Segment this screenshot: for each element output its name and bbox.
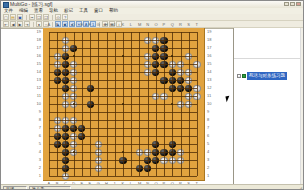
go-first-button[interactable]: ⇤: [3, 21, 9, 27]
window-title: MultiGo - [练习.sgf]: [10, 1, 53, 8]
row-label-left: 15: [35, 62, 41, 66]
grid-line: [131, 32, 132, 176]
row-label-left: 17: [35, 46, 41, 50]
grid-line: [164, 32, 165, 176]
help-button[interactable]: ?: [62, 14, 68, 20]
row-label-left: 7: [35, 126, 41, 130]
grid-line: [49, 176, 197, 177]
tree-node-icon: [242, 74, 246, 78]
col-label-top: H: [105, 23, 108, 27]
panel-splitter[interactable]: [234, 58, 304, 59]
row-label-right: 19: [207, 30, 213, 34]
row-label-left: 13: [35, 78, 41, 82]
row-label-right: 10: [207, 102, 213, 106]
row-label-left: 2: [35, 166, 41, 170]
tree-selected-node-label[interactable]: 死活与对杀练习题: [247, 72, 287, 80]
col-label-top: N: [146, 23, 149, 27]
grid-line: [197, 32, 198, 176]
grid-line: [156, 32, 157, 176]
open-file-button[interactable]: ▤: [10, 14, 16, 20]
application-window: MultiGo - [练习.sgf] 文件编辑查看导航标记工具窗口帮助 ▢▤▣✂…: [0, 0, 304, 190]
toolbar-separator: [52, 15, 53, 20]
print-button[interactable]: ⎙: [55, 14, 61, 20]
grid-line: [49, 120, 197, 121]
row-label-right: 16: [207, 54, 213, 58]
status-segment-ready: 就绪: [3, 186, 27, 190]
grid-line: [49, 160, 197, 161]
col-label-top: S: [187, 23, 190, 27]
col-label-top: T: [196, 23, 198, 27]
row-label-left: 8: [35, 118, 41, 122]
row-label-left: 14: [35, 70, 41, 74]
row-label-right: 18: [207, 38, 213, 42]
black-stone-tool-button[interactable]: ●: [36, 21, 42, 27]
col-label-top: J: [113, 23, 115, 27]
goban[interactable]: [43, 28, 205, 181]
panel-scrollbar[interactable]: [300, 28, 304, 184]
status-segment-move: 第 0 手: [29, 186, 71, 190]
star-point: [122, 55, 124, 57]
toolbar-separator: [33, 22, 34, 27]
maximize-button[interactable]: [290, 2, 295, 6]
star-point: [122, 151, 124, 153]
status-bar: 就绪 第 0 手 ◢: [1, 184, 303, 190]
row-label-right: 12: [207, 86, 213, 90]
star-point: [73, 151, 75, 153]
row-label-right: 13: [207, 78, 213, 82]
row-label-left: 5: [35, 142, 41, 146]
row-label-left: 6: [35, 134, 41, 138]
board-view: AABBCCDDEEFFGGHHJJKKLLMMNNOOPPQQRRSSTT19…: [1, 28, 233, 184]
row-label-left: 10: [35, 102, 41, 106]
row-label-right: 11: [207, 94, 213, 98]
row-label-left: 12: [35, 86, 41, 90]
col-label-top: L: [130, 23, 132, 27]
cut-button[interactable]: ✂: [29, 14, 35, 20]
col-label-top: R: [179, 23, 182, 27]
col-label-top: Q: [171, 23, 174, 27]
col-label-top: B: [56, 23, 59, 27]
go-last-button[interactable]: ⇥: [24, 21, 30, 27]
col-label-top: E: [80, 23, 83, 27]
toolbar-separator: [52, 22, 53, 27]
row-label-right: 17: [207, 46, 213, 50]
row-label-left: 19: [35, 30, 41, 34]
row-label-right: 1: [207, 174, 213, 178]
close-button[interactable]: [296, 2, 301, 6]
col-label-top: G: [97, 23, 100, 27]
row-label-left: 11: [35, 94, 41, 98]
grid-line: [148, 32, 149, 176]
col-label-top: D: [72, 23, 75, 27]
minimize-button[interactable]: [284, 2, 289, 6]
grid-line: [49, 136, 197, 137]
row-label-right: 9: [207, 110, 213, 114]
toolbar-standard: ▢▤▣✂❏❐⎙?: [1, 14, 303, 21]
star-point: [73, 55, 75, 57]
row-label-left: 1: [35, 174, 41, 178]
row-label-right: 7: [207, 126, 213, 130]
tree-expand-icon[interactable]: -: [237, 74, 241, 78]
row-label-left: 18: [35, 38, 41, 42]
star-point: [122, 103, 124, 105]
row-label-right: 3: [207, 158, 213, 162]
grid-line: [139, 32, 140, 176]
col-label-top: C: [64, 23, 67, 27]
game-tree-panel: - 死活与对杀练习题: [233, 28, 304, 184]
prev-move-button[interactable]: ◀: [10, 21, 16, 27]
col-label-top: P: [163, 23, 166, 27]
row-label-right: 8: [207, 118, 213, 122]
game-tree-root-row[interactable]: - 死活与对杀练习题: [237, 71, 287, 80]
row-label-right: 14: [207, 70, 213, 74]
row-label-right: 15: [207, 62, 213, 66]
row-label-right: 2: [207, 166, 213, 170]
col-label-top: M: [138, 23, 141, 27]
grid-line: [49, 128, 197, 129]
toolbar-navigation: ⇤◀▶⇥●○▲■●✕A1⊕▦i: [1, 21, 303, 28]
row-label-left: 4: [35, 150, 41, 154]
grid-line: [189, 32, 190, 176]
star-point: [73, 103, 75, 105]
grid-line: [181, 32, 182, 176]
row-label-left: 16: [35, 54, 41, 58]
new-file-button[interactable]: ▢: [3, 14, 9, 20]
save-file-button[interactable]: ▣: [17, 14, 23, 20]
grid-line: [49, 112, 197, 113]
col-label-top: F: [89, 23, 91, 27]
paste-button[interactable]: ❐: [43, 14, 49, 20]
row-label-right: 4: [207, 150, 213, 154]
col-label-top: A: [48, 23, 51, 27]
row-label-right: 5: [207, 142, 213, 146]
next-move-button[interactable]: ▶: [17, 21, 23, 27]
grid-line: [49, 144, 197, 145]
toolbar-separator: [26, 15, 27, 20]
grid-line: [49, 168, 197, 169]
row-label-right: 6: [207, 134, 213, 138]
row-label-left: 9: [35, 110, 41, 114]
resize-grip-icon[interactable]: ◢: [298, 186, 302, 190]
row-label-left: 3: [35, 158, 41, 162]
col-label-top: K: [122, 23, 125, 27]
copy-button[interactable]: ❏: [36, 14, 42, 20]
col-label-top: O: [154, 23, 157, 27]
